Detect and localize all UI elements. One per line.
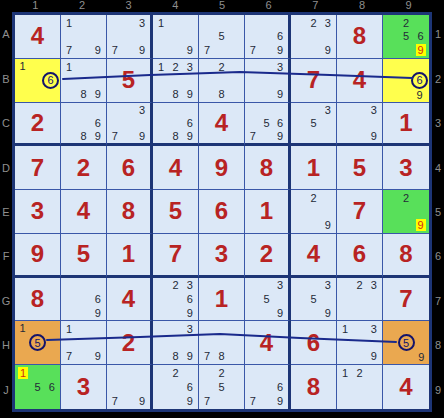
candidate: 5 bbox=[260, 292, 274, 306]
circled-candidate-digit: 5 bbox=[398, 334, 415, 351]
candidate: 3 bbox=[273, 279, 287, 293]
solved-digit: 2 bbox=[15, 103, 60, 144]
cell-F9[interactable]: 8 bbox=[383, 234, 429, 278]
circled-candidate: 6 bbox=[411, 72, 428, 89]
candidate: 6 bbox=[273, 380, 287, 394]
cell-J9[interactable]: 4 bbox=[383, 365, 429, 409]
solved-digit: 5 bbox=[153, 190, 198, 233]
cell-B8[interactable]: 4 bbox=[337, 59, 383, 103]
candidate: 2 bbox=[214, 366, 228, 380]
candidate: 1 bbox=[16, 322, 29, 334]
cell-B7[interactable]: 7 bbox=[291, 59, 337, 103]
cell-J6[interactable]: 679 bbox=[245, 365, 291, 409]
candidate: 6 bbox=[183, 380, 197, 394]
row-label: J bbox=[0, 368, 12, 412]
solved-digit: 4 bbox=[61, 190, 106, 233]
candidate-grid: 23 bbox=[338, 279, 381, 320]
cell-C5[interactable]: 4 bbox=[199, 103, 245, 147]
candidate-grid: 5679 bbox=[246, 104, 287, 143]
candidate: 5 bbox=[214, 380, 228, 394]
cell-C6[interactable]: 5679 bbox=[245, 103, 291, 147]
solved-digit: 7 bbox=[337, 190, 382, 233]
solved-digit: 3 bbox=[199, 234, 244, 275]
cell-E8[interactable]: 7 bbox=[337, 190, 383, 234]
circled-candidate-digit: 6 bbox=[411, 72, 428, 89]
cell-H4[interactable]: 389 bbox=[153, 321, 199, 365]
candidate: 1 bbox=[154, 16, 168, 30]
candidate-grid: 19 bbox=[154, 16, 197, 57]
cell-G8[interactable]: 23 bbox=[337, 278, 383, 322]
row-label: A bbox=[0, 12, 12, 56]
cell-H5[interactable]: 78 bbox=[199, 321, 245, 365]
row-label: C bbox=[0, 101, 12, 145]
candidate: 9 bbox=[91, 87, 105, 101]
cell-E3[interactable]: 8 bbox=[107, 190, 153, 234]
column-labels: 123456789 bbox=[12, 0, 432, 12]
cell-J8[interactable]: 12 bbox=[337, 365, 383, 409]
cell-C8[interactable]: 39 bbox=[337, 103, 383, 147]
cell-E9[interactable]: 29 bbox=[383, 190, 429, 234]
candidate-grid: 679 bbox=[246, 16, 287, 57]
cell-H2[interactable]: 179 bbox=[61, 321, 107, 365]
candidate: 1 bbox=[338, 366, 352, 380]
circled-candidate-digit: 6 bbox=[42, 72, 59, 89]
cell-D4[interactable]: 4 bbox=[153, 146, 199, 190]
candidate-grid: 16 bbox=[16, 60, 59, 101]
cell-F3[interactable]: 1 bbox=[107, 234, 153, 278]
cell-G7[interactable]: 359 bbox=[291, 278, 337, 322]
row-label: 9 bbox=[432, 368, 444, 412]
row-label: 6 bbox=[432, 234, 444, 278]
column-label: 3 bbox=[105, 0, 152, 12]
candidate: 6 bbox=[413, 30, 428, 44]
cell-D9[interactable]: 3 bbox=[383, 146, 429, 190]
solved-digit: 3 bbox=[15, 190, 60, 233]
cell-A6[interactable]: 679 bbox=[245, 15, 291, 59]
cell-E7[interactable]: 29 bbox=[291, 190, 337, 234]
cell-C1[interactable]: 2 bbox=[15, 103, 61, 147]
candidate: 6 bbox=[273, 116, 287, 129]
row-label: F bbox=[0, 234, 12, 278]
candidate: 8 bbox=[76, 87, 90, 101]
highlighted-candidate: 9 bbox=[413, 218, 428, 232]
circled-candidate: 5 bbox=[29, 334, 46, 351]
candidate-grid: 679 bbox=[246, 366, 287, 408]
solved-digit: 1 bbox=[107, 234, 150, 275]
candidate: 1 bbox=[62, 60, 76, 74]
candidate-grid: 379 bbox=[108, 104, 149, 143]
candidate: 9 bbox=[273, 394, 287, 408]
cell-D6[interactable]: 8 bbox=[245, 146, 291, 190]
candidate: 9 bbox=[321, 306, 335, 320]
cell-F1[interactable]: 9 bbox=[15, 234, 61, 278]
cell-J1[interactable]: 561 bbox=[15, 365, 61, 409]
solved-digit: 4 bbox=[107, 278, 150, 321]
candidate-grid: 359 bbox=[246, 279, 287, 320]
candidate: 2 bbox=[352, 279, 366, 293]
row-labels-right: 123456789 bbox=[432, 12, 444, 412]
solved-digit: 8 bbox=[245, 146, 288, 189]
solved-digit: 1 bbox=[245, 190, 288, 233]
solved-digit: 4 bbox=[153, 146, 198, 189]
candidate: 7 bbox=[62, 350, 76, 364]
candidate: 9 bbox=[273, 43, 287, 57]
candidate: 2 bbox=[168, 366, 182, 380]
solved-digit: 6 bbox=[291, 321, 336, 364]
candidate-grid: 35 bbox=[292, 104, 335, 143]
candidate: 5 bbox=[214, 30, 228, 44]
cell-E4[interactable]: 5 bbox=[153, 190, 199, 234]
solved-digit: 4 bbox=[245, 321, 288, 364]
row-labels-left: ABCDEFGHJ bbox=[0, 12, 12, 412]
cell-J7[interactable]: 8 bbox=[291, 365, 337, 409]
candidate: 2 bbox=[399, 191, 414, 205]
candidate: 2 bbox=[306, 16, 320, 30]
candidate-grid: 69 bbox=[62, 279, 105, 320]
candidate: 7 bbox=[62, 43, 76, 57]
solved-digit: 9 bbox=[15, 234, 60, 275]
row-label: D bbox=[0, 145, 12, 189]
cell-G6[interactable]: 359 bbox=[245, 278, 291, 322]
candidate: 7 bbox=[246, 394, 260, 408]
cell-D7[interactable]: 1 bbox=[291, 146, 337, 190]
cell-A2[interactable]: 179 bbox=[61, 15, 107, 59]
cell-G4[interactable]: 2369 bbox=[153, 278, 199, 322]
candidate: 1 bbox=[16, 60, 29, 72]
solved-digit: 4 bbox=[291, 234, 336, 275]
cell-F6[interactable]: 2 bbox=[245, 234, 291, 278]
candidate-grid: 12 bbox=[338, 366, 381, 408]
candidate: 9 bbox=[273, 87, 287, 101]
candidate: 9 bbox=[321, 218, 335, 232]
candidate: 1 bbox=[154, 60, 168, 74]
candidate: 3 bbox=[367, 104, 381, 117]
cell-F4[interactable]: 7 bbox=[153, 234, 199, 278]
cell-B3[interactable]: 5 bbox=[107, 59, 153, 103]
cell-D1[interactable]: 7 bbox=[15, 146, 61, 190]
candidate-grid: 257 bbox=[200, 366, 243, 408]
solved-digit: 9 bbox=[199, 146, 244, 189]
column-label: 2 bbox=[59, 0, 106, 12]
cell-D8[interactable]: 5 bbox=[337, 146, 383, 190]
cell-G3[interactable]: 4 bbox=[107, 278, 153, 322]
cell-C2[interactable]: 689 bbox=[61, 103, 107, 147]
row-label: 2 bbox=[432, 56, 444, 100]
highlighted-candidate: 1 bbox=[16, 366, 30, 380]
candidate: 1 bbox=[62, 16, 76, 30]
solved-digit: 7 bbox=[153, 234, 198, 275]
candidate-grid: 39 bbox=[338, 104, 381, 143]
cell-D5[interactable]: 9 bbox=[199, 146, 245, 190]
candidate-grid: 12389 bbox=[154, 60, 197, 101]
board: 4179379195767923982569161895123892839749… bbox=[12, 12, 432, 412]
candidate: 8 bbox=[168, 87, 182, 101]
candidate: 3 bbox=[367, 322, 381, 336]
candidate: 9 bbox=[273, 129, 287, 142]
candidate: 5 bbox=[260, 116, 274, 129]
candidate: 9 bbox=[273, 306, 287, 320]
candidate: 6 bbox=[91, 116, 105, 129]
candidate: 9 bbox=[91, 306, 105, 320]
candidate: 3 bbox=[321, 16, 335, 30]
cell-F5[interactable]: 3 bbox=[199, 234, 245, 278]
candidate-grid: 95 bbox=[384, 322, 428, 363]
candidate: 5 bbox=[30, 380, 44, 394]
cell-J4[interactable]: 269 bbox=[153, 365, 199, 409]
candidate: 9 bbox=[411, 89, 428, 101]
candidate: 2 bbox=[168, 279, 182, 293]
solved-digit: 1 bbox=[291, 146, 336, 189]
candidate: 7 bbox=[108, 43, 122, 57]
cell-B5[interactable]: 28 bbox=[199, 59, 245, 103]
solved-digit: 4 bbox=[199, 103, 244, 144]
candidate: 7 bbox=[108, 394, 122, 408]
candidate: 9 bbox=[183, 350, 197, 364]
candidate: 9 bbox=[91, 350, 105, 364]
column-label: 5 bbox=[199, 0, 246, 12]
candidate: 9 bbox=[183, 43, 197, 57]
cell-H6[interactable]: 4 bbox=[245, 321, 291, 365]
row-label: G bbox=[0, 279, 12, 323]
cell-B2[interactable]: 189 bbox=[61, 59, 107, 103]
row-label: H bbox=[0, 323, 12, 367]
candidate: 9 bbox=[183, 306, 197, 320]
row-label: B bbox=[0, 56, 12, 100]
cell-G9[interactable]: 7 bbox=[383, 278, 429, 322]
cell-A8[interactable]: 8 bbox=[337, 15, 383, 59]
candidate: 6 bbox=[273, 30, 287, 44]
solved-digit: 7 bbox=[291, 59, 336, 102]
candidate: 6 bbox=[91, 292, 105, 306]
circled-candidate: 6 bbox=[42, 72, 59, 89]
cell-A3[interactable]: 379 bbox=[107, 15, 153, 59]
cell-H8[interactable]: 139 bbox=[337, 321, 383, 365]
cell-B6[interactable]: 39 bbox=[245, 59, 291, 103]
candidate: 3 bbox=[321, 104, 335, 117]
candidate: 9 bbox=[183, 394, 197, 408]
solved-digit: 2 bbox=[107, 321, 150, 364]
cell-D3[interactable]: 6 bbox=[107, 146, 153, 190]
candidate-grid: 28 bbox=[200, 60, 243, 101]
candidate-grid: 379 bbox=[108, 16, 149, 57]
solved-digit: 2 bbox=[61, 146, 106, 189]
candidate: 9 bbox=[183, 129, 197, 142]
candidate-grid: 29 bbox=[384, 191, 428, 232]
candidate: 7 bbox=[200, 43, 214, 57]
sudoku-app: 123456789 ABCDEFGHJ 123456789 4179379195… bbox=[0, 0, 444, 418]
candidate: 5 bbox=[306, 292, 320, 306]
candidate: 6 bbox=[183, 116, 197, 129]
column-label: 1 bbox=[12, 0, 59, 12]
candidate: 8 bbox=[168, 129, 182, 142]
candidate: 2 bbox=[399, 16, 414, 30]
candidate-grid: 689 bbox=[62, 104, 105, 143]
cell-G1[interactable]: 8 bbox=[15, 278, 61, 322]
cell-E5[interactable]: 6 bbox=[199, 190, 245, 234]
cell-H7[interactable]: 6 bbox=[291, 321, 337, 365]
cell-C9[interactable]: 1 bbox=[383, 103, 429, 147]
cell-C7[interactable]: 35 bbox=[291, 103, 337, 147]
candidate: 8 bbox=[76, 129, 90, 142]
candidate: 3 bbox=[135, 16, 149, 30]
cell-H1[interactable]: 15 bbox=[15, 321, 61, 365]
candidate-grid: 689 bbox=[154, 104, 197, 143]
solved-digit: 3 bbox=[61, 365, 106, 409]
column-label: 4 bbox=[152, 0, 199, 12]
cell-H9[interactable]: 95 bbox=[383, 321, 429, 365]
candidate: 8 bbox=[168, 350, 182, 364]
candidate-grid: 389 bbox=[154, 322, 197, 363]
candidate: 7 bbox=[108, 129, 122, 142]
cell-F7[interactable]: 4 bbox=[291, 234, 337, 278]
cell-J2[interactable]: 3 bbox=[61, 365, 107, 409]
solved-digit: 5 bbox=[337, 146, 382, 189]
candidate: 2 bbox=[214, 60, 228, 74]
cell-A5[interactable]: 57 bbox=[199, 15, 245, 59]
candidate-grid: 561 bbox=[16, 366, 59, 408]
highlighted-candidate-digit: 9 bbox=[416, 44, 426, 56]
candidate: 8 bbox=[214, 87, 228, 101]
row-label: 4 bbox=[432, 145, 444, 189]
candidate-grid: 179 bbox=[62, 322, 105, 363]
solved-digit: 3 bbox=[383, 146, 429, 189]
cell-B4[interactable]: 12389 bbox=[153, 59, 199, 103]
candidate: 9 bbox=[183, 87, 197, 101]
column-label: 9 bbox=[385, 0, 432, 12]
highlighted-candidate-digit: 1 bbox=[18, 367, 28, 379]
candidate: 9 bbox=[135, 43, 149, 57]
candidate: 2 bbox=[352, 366, 366, 380]
candidate: 6 bbox=[183, 292, 197, 306]
row-label: 7 bbox=[432, 279, 444, 323]
candidate: 5 bbox=[399, 30, 414, 44]
cell-F2[interactable]: 5 bbox=[61, 234, 107, 278]
solved-digit: 5 bbox=[107, 59, 150, 102]
candidate: 9 bbox=[367, 129, 381, 142]
cell-A7[interactable]: 239 bbox=[291, 15, 337, 59]
row-label: 5 bbox=[432, 190, 444, 234]
row-label: 1 bbox=[432, 12, 444, 56]
cell-E6[interactable]: 1 bbox=[245, 190, 291, 234]
cell-D2[interactable]: 2 bbox=[61, 146, 107, 190]
solved-digit: 6 bbox=[199, 190, 244, 233]
candidate: 9 bbox=[415, 351, 429, 363]
solved-digit: 2 bbox=[245, 234, 288, 275]
solved-digit: 4 bbox=[383, 365, 429, 409]
candidate: 9 bbox=[367, 350, 381, 364]
solved-digit: 8 bbox=[383, 234, 429, 275]
candidate: 2 bbox=[168, 60, 182, 74]
circled-candidate: 5 bbox=[398, 334, 415, 351]
highlighted-candidate-digit: 9 bbox=[416, 219, 426, 231]
candidate-grid: 239 bbox=[292, 16, 335, 57]
cell-H3[interactable]: 2 bbox=[107, 321, 153, 365]
solved-digit: 6 bbox=[337, 234, 382, 275]
cell-B1[interactable]: 16 bbox=[15, 59, 61, 103]
cell-A9[interactable]: 2569 bbox=[383, 15, 429, 59]
column-label: 6 bbox=[245, 0, 292, 12]
solved-digit: 8 bbox=[15, 278, 60, 321]
candidate: 2 bbox=[306, 191, 320, 205]
candidate-grid: 2369 bbox=[154, 279, 197, 320]
column-label: 8 bbox=[339, 0, 386, 12]
candidate: 7 bbox=[200, 350, 214, 364]
solved-digit: 4 bbox=[337, 59, 382, 102]
solved-digit: 8 bbox=[337, 15, 382, 58]
candidate-grid: 15 bbox=[16, 322, 59, 363]
candidate: 1 bbox=[338, 322, 352, 336]
candidate-grid: 269 bbox=[154, 366, 197, 408]
candidate-grid: 179 bbox=[62, 16, 105, 57]
cell-E1[interactable]: 3 bbox=[15, 190, 61, 234]
candidate: 3 bbox=[273, 60, 287, 74]
column-label: 7 bbox=[292, 0, 339, 12]
candidate: 7 bbox=[246, 43, 260, 57]
candidate-grid: 78 bbox=[200, 322, 243, 363]
candidate-grid: 39 bbox=[246, 60, 287, 101]
candidate-grid: 79 bbox=[108, 366, 149, 408]
solved-digit: 1 bbox=[383, 103, 429, 144]
cell-F8[interactable]: 6 bbox=[337, 234, 383, 278]
cell-A4[interactable]: 19 bbox=[153, 15, 199, 59]
cell-J3[interactable]: 79 bbox=[107, 365, 153, 409]
cell-C3[interactable]: 379 bbox=[107, 103, 153, 147]
candidate: 6 bbox=[45, 380, 59, 394]
candidate: 3 bbox=[367, 279, 381, 293]
cell-G5[interactable]: 1 bbox=[199, 278, 245, 322]
candidate-grid: 29 bbox=[292, 191, 335, 232]
highlighted-candidate: 9 bbox=[413, 43, 428, 57]
candidate: 9 bbox=[91, 43, 105, 57]
cell-C4[interactable]: 689 bbox=[153, 103, 199, 147]
candidate: 3 bbox=[135, 104, 149, 117]
solved-digit: 4 bbox=[15, 15, 60, 58]
candidate: 7 bbox=[246, 129, 260, 142]
row-label: E bbox=[0, 190, 12, 234]
candidate: 3 bbox=[321, 279, 335, 293]
candidate: 3 bbox=[183, 60, 197, 74]
cell-E2[interactable]: 4 bbox=[61, 190, 107, 234]
candidate: 5 bbox=[306, 116, 320, 129]
solved-digit: 5 bbox=[61, 234, 106, 275]
candidate-grid: 139 bbox=[338, 322, 381, 363]
candidate-grid: 189 bbox=[62, 60, 105, 101]
candidate-grid: 2569 bbox=[384, 16, 428, 57]
solved-digit: 7 bbox=[383, 278, 429, 321]
cell-B9[interactable]: 96 bbox=[383, 59, 429, 103]
candidate: 7 bbox=[200, 394, 214, 408]
candidate-grid: 96 bbox=[384, 60, 428, 101]
row-label: 8 bbox=[432, 323, 444, 367]
cell-A1[interactable]: 4 bbox=[15, 15, 61, 59]
candidate: 8 bbox=[214, 350, 228, 364]
candidate: 9 bbox=[135, 394, 149, 408]
solved-digit: 6 bbox=[107, 146, 150, 189]
row-label: 3 bbox=[432, 101, 444, 145]
candidate: 3 bbox=[183, 322, 197, 336]
solved-digit: 1 bbox=[199, 278, 244, 321]
cell-G2[interactable]: 69 bbox=[61, 278, 107, 322]
candidate-grid: 57 bbox=[200, 16, 243, 57]
solved-digit: 8 bbox=[291, 365, 336, 409]
solved-digit: 7 bbox=[15, 146, 60, 189]
cell-J5[interactable]: 257 bbox=[199, 365, 245, 409]
candidate: 9 bbox=[135, 129, 149, 142]
candidate: 9 bbox=[321, 43, 335, 57]
candidate: 9 bbox=[91, 129, 105, 142]
candidate: 3 bbox=[183, 279, 197, 293]
candidate-grid: 359 bbox=[292, 279, 335, 320]
